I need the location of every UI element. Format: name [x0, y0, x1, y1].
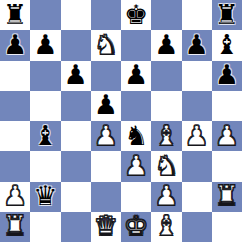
square-f8[interactable]	[151, 0, 181, 30]
square-h8[interactable]: ♜	[212, 0, 242, 30]
square-f2[interactable]: ♟	[151, 182, 181, 212]
piece-black-pawn[interactable]: ♟	[94, 91, 118, 118]
square-c2[interactable]	[61, 182, 91, 212]
square-a2[interactable]: ♟	[0, 182, 30, 212]
square-e7[interactable]	[121, 30, 151, 60]
piece-black-bishop[interactable]: ♝	[33, 122, 57, 149]
square-d5[interactable]: ♟	[91, 91, 121, 121]
piece-black-king[interactable]: ♚	[124, 1, 148, 28]
square-a5[interactable]	[0, 91, 30, 121]
square-c1[interactable]	[61, 212, 91, 242]
square-e4[interactable]: ♞	[121, 121, 151, 151]
square-d8[interactable]	[91, 0, 121, 30]
square-b5[interactable]	[30, 91, 60, 121]
piece-black-knight[interactable]: ♞	[124, 122, 148, 149]
square-g2[interactable]	[182, 182, 212, 212]
square-b6[interactable]	[30, 61, 60, 91]
square-g3[interactable]	[182, 151, 212, 181]
square-h7[interactable]: ♝	[212, 30, 242, 60]
square-g7[interactable]: ♟	[182, 30, 212, 60]
piece-white-king[interactable]: ♚	[124, 212, 148, 239]
square-f7[interactable]: ♟	[151, 30, 181, 60]
square-g1[interactable]	[182, 212, 212, 242]
square-b3[interactable]	[30, 151, 60, 181]
square-d7[interactable]: ♞	[91, 30, 121, 60]
piece-black-pawn[interactable]: ♟	[154, 31, 178, 58]
square-f1[interactable]: ♝	[151, 212, 181, 242]
square-g5[interactable]	[182, 91, 212, 121]
square-f4[interactable]: ♝	[151, 121, 181, 151]
piece-black-rook[interactable]: ♜	[3, 1, 27, 28]
piece-white-pawn[interactable]: ♟	[124, 152, 148, 179]
piece-white-pawn[interactable]: ♟	[185, 122, 209, 149]
piece-white-knight[interactable]: ♞	[94, 31, 118, 58]
piece-white-bishop[interactable]: ♝	[154, 212, 178, 239]
square-h1[interactable]	[212, 212, 242, 242]
square-h3[interactable]	[212, 151, 242, 181]
piece-white-pawn[interactable]: ♟	[215, 122, 239, 149]
piece-black-bishop[interactable]: ♝	[215, 31, 239, 58]
piece-white-pawn[interactable]: ♟	[94, 122, 118, 149]
square-a6[interactable]	[0, 61, 30, 91]
chess-board: ♜♚♜♟♟♞♟♟♝♟♟♟♟♝♟♞♝♟♟♟♞♟♛♟♜♜♛♚♝	[0, 0, 242, 242]
square-e5[interactable]	[121, 91, 151, 121]
square-d3[interactable]	[91, 151, 121, 181]
square-f5[interactable]	[151, 91, 181, 121]
square-e3[interactable]: ♟	[121, 151, 151, 181]
square-b1[interactable]	[30, 212, 60, 242]
square-h5[interactable]	[212, 91, 242, 121]
square-c8[interactable]	[61, 0, 91, 30]
square-c3[interactable]	[61, 151, 91, 181]
square-e2[interactable]	[121, 182, 151, 212]
square-a7[interactable]: ♟	[0, 30, 30, 60]
square-f6[interactable]	[151, 61, 181, 91]
square-a8[interactable]: ♜	[0, 0, 30, 30]
square-c5[interactable]	[61, 91, 91, 121]
square-c4[interactable]	[61, 121, 91, 151]
square-h4[interactable]: ♟	[212, 121, 242, 151]
piece-white-pawn[interactable]: ♟	[154, 182, 178, 209]
square-a1[interactable]: ♜	[0, 212, 30, 242]
square-b7[interactable]: ♟	[30, 30, 60, 60]
square-e1[interactable]: ♚	[121, 212, 151, 242]
piece-white-bishop[interactable]: ♝	[154, 122, 178, 149]
piece-black-rook[interactable]: ♜	[215, 1, 239, 28]
square-d2[interactable]	[91, 182, 121, 212]
square-g6[interactable]	[182, 61, 212, 91]
piece-black-pawn[interactable]: ♟	[124, 61, 148, 88]
square-e8[interactable]: ♚	[121, 0, 151, 30]
piece-black-pawn[interactable]: ♟	[3, 31, 27, 58]
square-b4[interactable]: ♝	[30, 121, 60, 151]
piece-white-knight[interactable]: ♞	[154, 152, 178, 179]
square-e6[interactable]: ♟	[121, 61, 151, 91]
square-h6[interactable]: ♟	[212, 61, 242, 91]
square-g4[interactable]: ♟	[182, 121, 212, 151]
piece-white-queen[interactable]: ♛	[94, 212, 118, 239]
square-a4[interactable]	[0, 121, 30, 151]
piece-white-pawn[interactable]: ♟	[3, 182, 27, 209]
square-f3[interactable]: ♞	[151, 151, 181, 181]
piece-black-pawn[interactable]: ♟	[215, 61, 239, 88]
piece-white-rook[interactable]: ♜	[3, 212, 27, 239]
piece-black-queen[interactable]: ♛	[33, 182, 57, 209]
piece-black-pawn[interactable]: ♟	[64, 61, 88, 88]
square-a3[interactable]	[0, 151, 30, 181]
square-d4[interactable]: ♟	[91, 121, 121, 151]
square-d6[interactable]	[91, 61, 121, 91]
square-b2[interactable]: ♛	[30, 182, 60, 212]
piece-black-pawn[interactable]: ♟	[185, 31, 209, 58]
square-g8[interactable]	[182, 0, 212, 30]
square-h2[interactable]: ♜	[212, 182, 242, 212]
piece-white-rook[interactable]: ♜	[215, 182, 239, 209]
square-c7[interactable]	[61, 30, 91, 60]
square-b8[interactable]	[30, 0, 60, 30]
square-d1[interactable]: ♛	[91, 212, 121, 242]
square-c6[interactable]: ♟	[61, 61, 91, 91]
piece-black-pawn[interactable]: ♟	[33, 31, 57, 58]
